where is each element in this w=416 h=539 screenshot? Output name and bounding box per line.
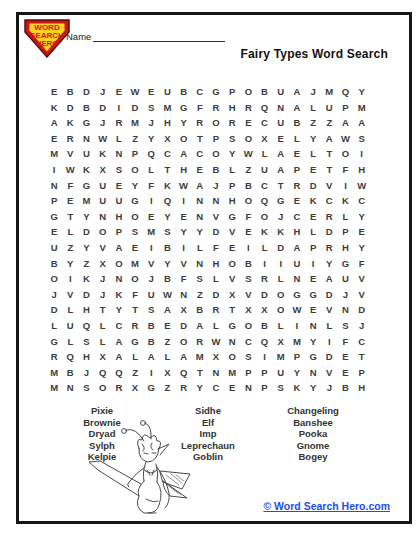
word-gnome: Gnome [253, 440, 373, 452]
grid-cell-r18c3: H [78, 349, 94, 365]
grid-cell-r20c6: X [127, 380, 143, 396]
grid-cell-r16c9: D [176, 318, 192, 334]
grid-cell-r20c15: S [273, 380, 289, 396]
grid-cell-r13c2: I [62, 271, 78, 287]
grid-cell-r4c14: X [256, 131, 272, 147]
grid-cell-r4c6: Z [127, 131, 143, 147]
grid-cell-r13c11: L [208, 271, 224, 287]
fairy-arm-right [157, 467, 169, 508]
fairy-torso [143, 462, 157, 482]
grid-cell-r5c3: U [78, 146, 94, 162]
grid-cell-r17c19: F [337, 334, 353, 350]
grid-cell-r18c13: S [240, 349, 256, 365]
grid-cell-r12c1: B [46, 256, 62, 272]
grid-cell-r14c11: D [208, 287, 224, 303]
grid-cell-r20c20: H [354, 380, 370, 396]
grid-cell-r7c14: C [256, 178, 272, 194]
grid-cell-r16c15: L [273, 318, 289, 334]
grid-cell-r2c14: Q [256, 100, 272, 116]
grid-cell-r18c11: X [208, 349, 224, 365]
grid-cell-r9c19: L [337, 209, 353, 225]
grid-cell-r8c3: M [78, 193, 94, 209]
grid-cell-r16c12: G [224, 318, 240, 334]
grid-cell-r19c18: V [321, 365, 337, 381]
grid-cell-r13c18: A [321, 271, 337, 287]
grid-cell-r12c18: Y [321, 256, 337, 272]
grid-cell-r9c3: Y [78, 209, 94, 225]
grid-cell-r9c13: F [240, 209, 256, 225]
grid-cell-r10c15: K [273, 224, 289, 240]
grid-cell-r12c17: I [305, 256, 321, 272]
grid-cell-r14c6: F [127, 287, 143, 303]
puzzle-title: Fairy Types Word Search [240, 47, 388, 61]
grid-cell-r20c1: M [46, 380, 62, 396]
grid-cell-r3c14: C [256, 115, 272, 131]
grid-cell-r11c8: B [159, 240, 175, 256]
grid-cell-r20c8: Z [159, 380, 175, 396]
grid-cell-r13c3: K [78, 271, 94, 287]
grid-cell-r7c11: J [208, 178, 224, 194]
grid-cell-r3c10: R [192, 115, 208, 131]
grid-cell-r14c19: J [337, 287, 353, 303]
grid-cell-r11c13: I [240, 240, 256, 256]
grid-cell-r13c8: B [159, 271, 175, 287]
grid-cell-r2c9: G [176, 100, 192, 116]
grid-cell-r6c5: S [111, 162, 127, 178]
word-changeling: Changeling [253, 405, 373, 417]
grid-cell-r2c3: B [78, 100, 94, 116]
word-banshee: Banshee [253, 417, 373, 429]
grid-cell-r17c7: B [143, 334, 159, 350]
grid-cell-r6c2: W [62, 162, 78, 178]
grid-cell-r10c5: P [111, 224, 127, 240]
grid-cell-r7c17: D [305, 178, 321, 194]
grid-cell-r7c13: B [240, 178, 256, 194]
grid-cell-r1c9: B [176, 84, 192, 100]
grid-cell-r14c10: Z [192, 287, 208, 303]
grid-cell-r17c15: X [273, 334, 289, 350]
grid-cell-r10c8: S [159, 224, 175, 240]
grid-cell-r20c17: Y [305, 380, 321, 396]
grid-cell-r18c19: E [337, 349, 353, 365]
grid-cell-r6c11: B [208, 162, 224, 178]
grid-cell-r4c1: E [46, 131, 62, 147]
grid-cell-r1c17: J [305, 84, 321, 100]
grid-cell-r5c12: Y [224, 146, 240, 162]
grid-cell-r14c14: D [256, 287, 272, 303]
grid-cell-r17c11: W [208, 334, 224, 350]
grid-cell-r18c8: L [159, 349, 175, 365]
grid-cell-r9c14: O [256, 209, 272, 225]
grid-cell-r19c20: P [354, 365, 370, 381]
grid-cell-r10c4: O [95, 224, 111, 240]
grid-cell-r1c19: Q [337, 84, 353, 100]
grid-cell-r5c11: O [208, 146, 224, 162]
grid-cell-r15c20: D [354, 302, 370, 318]
grid-cell-r11c14: L [256, 240, 272, 256]
grid-cell-r20c16: K [289, 380, 305, 396]
grid-cell-r7c15: T [273, 178, 289, 194]
grid-cell-r3c7: J [143, 115, 159, 131]
grid-cell-r18c14: I [256, 349, 272, 365]
grid-cell-r5c4: K [95, 146, 111, 162]
grid-cell-r19c7: I [143, 365, 159, 381]
grid-cell-r17c8: Z [159, 334, 175, 350]
grid-cell-r7c16: R [289, 178, 305, 194]
grid-cell-r11c10: L [192, 240, 208, 256]
grid-cell-r6c12: L [224, 162, 240, 178]
grid-cell-r4c15: E [273, 131, 289, 147]
name-blank-line [93, 30, 225, 42]
grid-cell-r8c17: K [305, 193, 321, 209]
grid-cell-r19c15: U [273, 365, 289, 381]
grid-cell-r12c8: Y [159, 256, 175, 272]
grid-cell-r4c8: X [159, 131, 175, 147]
grid-cell-r10c2: L [62, 224, 78, 240]
grid-cell-r19c5: Q [111, 365, 127, 381]
grid-cell-r18c2: Q [62, 349, 78, 365]
grid-cell-r18c17: G [305, 349, 321, 365]
grid-cell-r11c11: F [208, 240, 224, 256]
grid-cell-r8c14: Q [256, 193, 272, 209]
grid-cell-r8c13: O [240, 193, 256, 209]
grid-cell-r5c16: E [289, 146, 305, 162]
grid-cell-r20c19: B [337, 380, 353, 396]
grid-cell-r6c18: T [321, 162, 337, 178]
grid-cell-r14c20: V [354, 287, 370, 303]
grid-cell-r16c10: A [192, 318, 208, 334]
grid-cell-r9c12: G [224, 209, 240, 225]
grid-cell-r9c7: E [143, 209, 159, 225]
grid-cell-r19c8: X [159, 365, 175, 381]
grid-cell-r9c17: E [305, 209, 321, 225]
grid-cell-r7c2: F [62, 178, 78, 194]
grid-cell-r6c4: X [95, 162, 111, 178]
grid-cell-r14c2: V [62, 287, 78, 303]
grid-cell-r13c10: S [192, 271, 208, 287]
grid-cell-r10c17: L [305, 224, 321, 240]
word-search-hero-link[interactable]: © Word Search Hero.com [263, 500, 390, 512]
grid-cell-r3c4: J [95, 115, 111, 131]
grid-cell-r12c3: Z [78, 256, 94, 272]
grid-cell-r20c13: N [240, 380, 256, 396]
grid-cell-r5c17: L [305, 146, 321, 162]
grid-cell-r20c3: S [78, 380, 94, 396]
grid-cell-r18c20: T [354, 349, 370, 365]
grid-cell-r12c16: U [289, 256, 305, 272]
grid-cell-r1c10: C [192, 84, 208, 100]
grid-cell-r13c1: O [46, 271, 62, 287]
grid-cell-r8c5: U [111, 193, 127, 209]
grid-cell-r1c7: E [143, 84, 159, 100]
grid-cell-r15c19: N [337, 302, 353, 318]
grid-cell-r14c13: V [240, 287, 256, 303]
grid-cell-r20c14: P [256, 380, 272, 396]
grid-cell-r1c11: G [208, 84, 224, 100]
grid-cell-r20c11: C [208, 380, 224, 396]
grid-cell-r7c5: E [111, 178, 127, 194]
grid-cell-r3c2: K [62, 115, 78, 131]
grid-cell-r19c16: Y [289, 365, 305, 381]
grid-cell-r8c11: N [208, 193, 224, 209]
grid-cell-r8c15: G [273, 193, 289, 209]
grid-cell-r5c10: C [192, 146, 208, 162]
grid-cell-r12c9: V [176, 256, 192, 272]
grid-cell-r16c2: U [62, 318, 78, 334]
name-label: Name [66, 31, 91, 42]
grid-cell-r13c17: E [305, 271, 321, 287]
grid-cell-r8c9: I [176, 193, 192, 209]
grid-cell-r12c20: F [354, 256, 370, 272]
word-pooka: Pooka [253, 428, 373, 440]
grid-cell-r2c11: R [208, 100, 224, 116]
grid-cell-r18c7: A [143, 349, 159, 365]
grid-cell-r18c5: A [111, 349, 127, 365]
grid-cell-r2c5: I [111, 100, 127, 116]
grid-cell-r15c9: X [176, 302, 192, 318]
grid-cell-r12c12: O [224, 256, 240, 272]
grid-cell-r6c6: O [127, 162, 143, 178]
grid-cell-r17c5: A [111, 334, 127, 350]
grid-cell-r10c1: E [46, 224, 62, 240]
grid-cell-r17c4: L [95, 334, 111, 350]
grid-cell-r13c7: J [143, 271, 159, 287]
grid-cell-r3c11: O [208, 115, 224, 131]
grid-cell-r14c15: O [273, 287, 289, 303]
grid-cell-r1c5: E [111, 84, 127, 100]
grid-cell-r2c6: D [127, 100, 143, 116]
grid-cell-r19c9: Q [176, 365, 192, 381]
grid-cell-r11c1: U [46, 240, 62, 256]
grid-cell-r12c14: I [256, 256, 272, 272]
grid-cell-r6c16: P [289, 162, 305, 178]
grid-cell-r12c2: Y [62, 256, 78, 272]
grid-cell-r20c12: E [224, 380, 240, 396]
grid-cell-r10c10: Y [192, 224, 208, 240]
grid-cell-r14c17: G [305, 287, 321, 303]
grid-cell-r6c17: E [305, 162, 321, 178]
grid-cell-r16c6: R [127, 318, 143, 334]
grid-cell-r9c16: C [289, 209, 305, 225]
grid-cell-r9c8: Y [159, 209, 175, 225]
grid-cell-r11c17: P [305, 240, 321, 256]
grid-cell-r2c18: U [321, 100, 337, 116]
grid-cell-r15c17: E [305, 302, 321, 318]
grid-cell-r20c4: O [95, 380, 111, 396]
grid-cell-r19c3: J [78, 365, 94, 381]
grid-cell-r14c9: N [176, 287, 192, 303]
grid-cell-r15c14: X [256, 302, 272, 318]
grid-cell-r15c12: T [224, 302, 240, 318]
grid-cell-r17c12: N [224, 334, 240, 350]
grid-cell-r8c19: K [337, 193, 353, 209]
grid-cell-r14c3: D [78, 287, 94, 303]
grid-cell-r10c13: E [240, 224, 256, 240]
grid-cell-r12c11: H [208, 256, 224, 272]
grid-cell-r7c3: G [78, 178, 94, 194]
fairy-hip [137, 481, 156, 513]
grid-cell-r6c19: F [337, 162, 353, 178]
grid-cell-r9c2: T [62, 209, 78, 225]
grid-cell-r6c9: H [176, 162, 192, 178]
grid-cell-r4c4: W [95, 131, 111, 147]
grid-cell-r10c9: Y [176, 224, 192, 240]
grid-cell-r17c20: C [354, 334, 370, 350]
grid-cell-r16c16: I [289, 318, 305, 334]
grid-cell-r20c5: R [111, 380, 127, 396]
grid-cell-r4c5: L [111, 131, 127, 147]
grid-cell-r9c6: O [127, 209, 143, 225]
grid-cell-r16c17: N [305, 318, 321, 334]
grid-cell-r7c6: Y [127, 178, 143, 194]
grid-cell-r16c19: S [337, 318, 353, 334]
grid-cell-r18c1: R [46, 349, 62, 365]
grid-cell-r7c9: W [176, 178, 192, 194]
grid-cell-r4c2: R [62, 131, 78, 147]
grid-cell-r5c15: A [273, 146, 289, 162]
grid-cell-r17c9: O [176, 334, 192, 350]
grid-cell-r1c14: B [256, 84, 272, 100]
grid-cell-r19c14: P [256, 365, 272, 381]
grid-cell-r16c11: L [208, 318, 224, 334]
grid-cell-r2c15: N [273, 100, 289, 116]
grid-cell-r1c6: W [127, 84, 143, 100]
grid-cell-r14c7: U [143, 287, 159, 303]
grid-cell-r2c20: M [354, 100, 370, 116]
grid-cell-r16c13: O [240, 318, 256, 334]
grid-cell-r3c1: A [46, 115, 62, 131]
fairy-illustration [86, 417, 268, 520]
grid-cell-r2c13: R [240, 100, 256, 116]
grid-cell-r10c19: P [337, 224, 353, 240]
grid-cell-r6c15: A [273, 162, 289, 178]
grid-cell-r1c1: E [46, 84, 62, 100]
grid-cell-r8c2: E [62, 193, 78, 209]
grid-cell-r15c13: X [240, 302, 256, 318]
grid-cell-r9c5: H [111, 209, 127, 225]
grid-cell-r6c8: T [159, 162, 175, 178]
grid-cell-r7c7: F [143, 178, 159, 194]
grid-cell-r3c6: M [127, 115, 143, 131]
grid-cell-r10c18: D [321, 224, 337, 240]
grid-cell-r7c8: K [159, 178, 175, 194]
grid-cell-r14c1: J [46, 287, 62, 303]
grid-cell-r9c18: R [321, 209, 337, 225]
grid-cell-r18c6: L [127, 349, 143, 365]
grid-cell-r20c2: N [62, 380, 78, 396]
grid-cell-r7c4: U [95, 178, 111, 194]
grid-cell-r18c15: M [273, 349, 289, 365]
fairy-leg-extended-top [100, 461, 141, 484]
grid-cell-r1c18: M [321, 84, 337, 100]
grid-cell-r18c16: P [289, 349, 305, 365]
grid-cell-r13c9: F [176, 271, 192, 287]
grid-cell-r12c19: G [337, 256, 353, 272]
grid-cell-r9c4: N [95, 209, 111, 225]
grid-cell-r11c6: E [127, 240, 143, 256]
grid-cell-r15c3: H [78, 302, 94, 318]
grid-cell-r16c8: E [159, 318, 175, 334]
grid-cell-r19c17: N [305, 365, 321, 381]
grid-cell-r5c20: I [354, 146, 370, 162]
word-grid: EBDJEWEUBCGPOBUAJMQYKDBDIDSMGFRHRQNALUPM… [46, 84, 370, 396]
grid-cell-r17c6: G [127, 334, 143, 350]
grid-cell-r17c1: G [46, 334, 62, 350]
grid-cell-r3c16: B [289, 115, 305, 131]
grid-cell-r14c5: K [111, 287, 127, 303]
grid-cell-r9c1: G [46, 209, 62, 225]
logo-text-hero: HERO [35, 39, 58, 48]
grid-cell-r10c6: S [127, 224, 143, 240]
grid-cell-r5c14: L [256, 146, 272, 162]
grid-cell-r18c10: M [192, 349, 208, 365]
grid-cell-r18c12: O [224, 349, 240, 365]
grid-cell-r8c20: C [354, 193, 370, 209]
grid-cell-r13c20: V [354, 271, 370, 287]
grid-cell-r6c13: Z [240, 162, 256, 178]
grid-cell-r14c16: G [289, 287, 305, 303]
grid-cell-r16c1: L [46, 318, 62, 334]
grid-cell-r3c9: Y [176, 115, 192, 131]
grid-cell-r11c7: I [143, 240, 159, 256]
grid-cell-r4c12: S [224, 131, 240, 147]
grid-cell-r19c2: B [62, 365, 78, 381]
grid-cell-r4c11: P [208, 131, 224, 147]
grid-cell-r19c4: Q [95, 365, 111, 381]
grid-cell-r14c8: W [159, 287, 175, 303]
grid-cell-r18c9: A [176, 349, 192, 365]
grid-cell-r5c9: A [176, 146, 192, 162]
grid-cell-r13c19: U [337, 271, 353, 287]
grid-cell-r1c2: B [62, 84, 78, 100]
grid-cell-r19c19: E [337, 365, 353, 381]
grid-cell-r15c5: Y [111, 302, 127, 318]
grid-cell-r17c2: L [62, 334, 78, 350]
grid-cell-r2c19: P [337, 100, 353, 116]
fairy-wing-lower [163, 481, 187, 498]
grid-cell-r4c19: W [337, 131, 353, 147]
grid-cell-r19c1: M [46, 365, 62, 381]
grid-cell-r15c18: V [321, 302, 337, 318]
grid-cell-r14c18: D [321, 287, 337, 303]
grid-cell-r11c3: Y [78, 240, 94, 256]
grid-cell-r1c16: A [289, 84, 305, 100]
grid-cell-r2c8: M [159, 100, 175, 116]
grid-cell-r4c10: T [192, 131, 208, 147]
grid-cell-r12c15: I [273, 256, 289, 272]
grid-cell-r5c13: W [240, 146, 256, 162]
grid-cell-r5c1: M [46, 146, 62, 162]
grid-cell-r4c16: L [289, 131, 305, 147]
grid-cell-r13c15: L [273, 271, 289, 287]
grid-cell-r3c18: Z [321, 115, 337, 131]
word-sidhe: Sidhe [148, 405, 268, 417]
grid-cell-r7c12: P [224, 178, 240, 194]
grid-cell-r16c4: L [95, 318, 111, 334]
grid-cell-r2c17: L [305, 100, 321, 116]
grid-cell-r17c10: R [192, 334, 208, 350]
grid-cell-r3c8: H [159, 115, 175, 131]
fairy-head [139, 448, 159, 462]
grid-cell-r10c3: D [78, 224, 94, 240]
grid-cell-r5c7: Q [143, 146, 159, 162]
grid-cell-r1c4: J [95, 84, 111, 100]
grid-cell-r3c5: R [111, 115, 127, 131]
grid-cell-r7c1: N [46, 178, 62, 194]
grid-cell-r13c16: N [289, 271, 305, 287]
grid-cell-r20c18: J [321, 380, 337, 396]
grid-cell-r6c1: I [46, 162, 62, 178]
